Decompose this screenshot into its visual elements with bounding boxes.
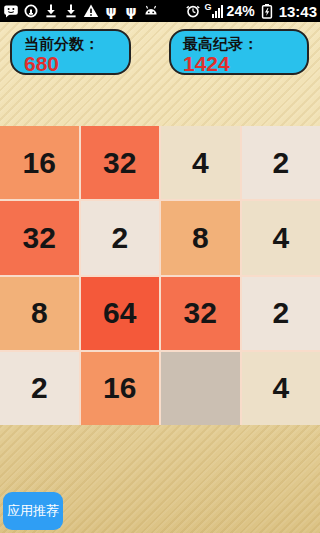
- tile-2: 2: [0, 352, 79, 425]
- chat-icon: [3, 3, 19, 19]
- app-recommend-button[interactable]: 应用推荐: [3, 492, 63, 530]
- download-icon: [63, 3, 79, 19]
- current-score-value: 680: [24, 53, 119, 75]
- android-icon: [143, 3, 159, 19]
- empty-cell: [161, 352, 240, 425]
- signal-icon: G: [205, 4, 223, 18]
- tile-4: 4: [242, 352, 320, 425]
- tile-32: 32: [161, 277, 240, 350]
- tile-16: 16: [0, 126, 79, 199]
- tile-32: 32: [0, 201, 79, 274]
- status-icons-right: G 24% 13:43: [185, 3, 317, 20]
- usb-icon: ψ: [123, 3, 139, 19]
- warning-icon: [83, 3, 99, 19]
- best-score-value: 1424: [183, 53, 297, 75]
- tile-4: 4: [161, 126, 240, 199]
- battery-charging-icon: [259, 3, 275, 19]
- tile-16: 16: [81, 352, 160, 425]
- tile-8: 8: [161, 201, 240, 274]
- alarm-icon: [185, 3, 201, 19]
- best-score-label: 最高纪录：: [183, 34, 297, 53]
- current-score-label: 当前分数：: [24, 34, 119, 53]
- status-icons-left: ψ ψ: [3, 3, 159, 19]
- data-usage-icon: [23, 3, 39, 19]
- clock-label: 13:43: [279, 3, 317, 20]
- tile-4: 4: [242, 201, 320, 274]
- tile-32: 32: [81, 126, 160, 199]
- status-bar: ψ ψ G 24% 13:43: [0, 0, 320, 22]
- tile-2: 2: [242, 126, 320, 199]
- tile-2: 2: [242, 277, 320, 350]
- best-score-box: 最高纪录： 1424: [169, 29, 309, 75]
- usb-icon: ψ: [103, 3, 119, 19]
- download-icon: [43, 3, 59, 19]
- network-type-label: G: [205, 2, 212, 12]
- tile-64: 64: [81, 277, 160, 350]
- current-score-box: 当前分数： 680: [10, 29, 131, 75]
- battery-percent-label: 24%: [227, 3, 255, 19]
- tile-2: 2: [81, 201, 160, 274]
- tile-8: 8: [0, 277, 79, 350]
- screen: ψ ψ G 24% 13:43 当前分数： 680 最高纪录： 142: [0, 0, 320, 533]
- board-grid[interactable]: 163242322848643222164: [0, 126, 320, 425]
